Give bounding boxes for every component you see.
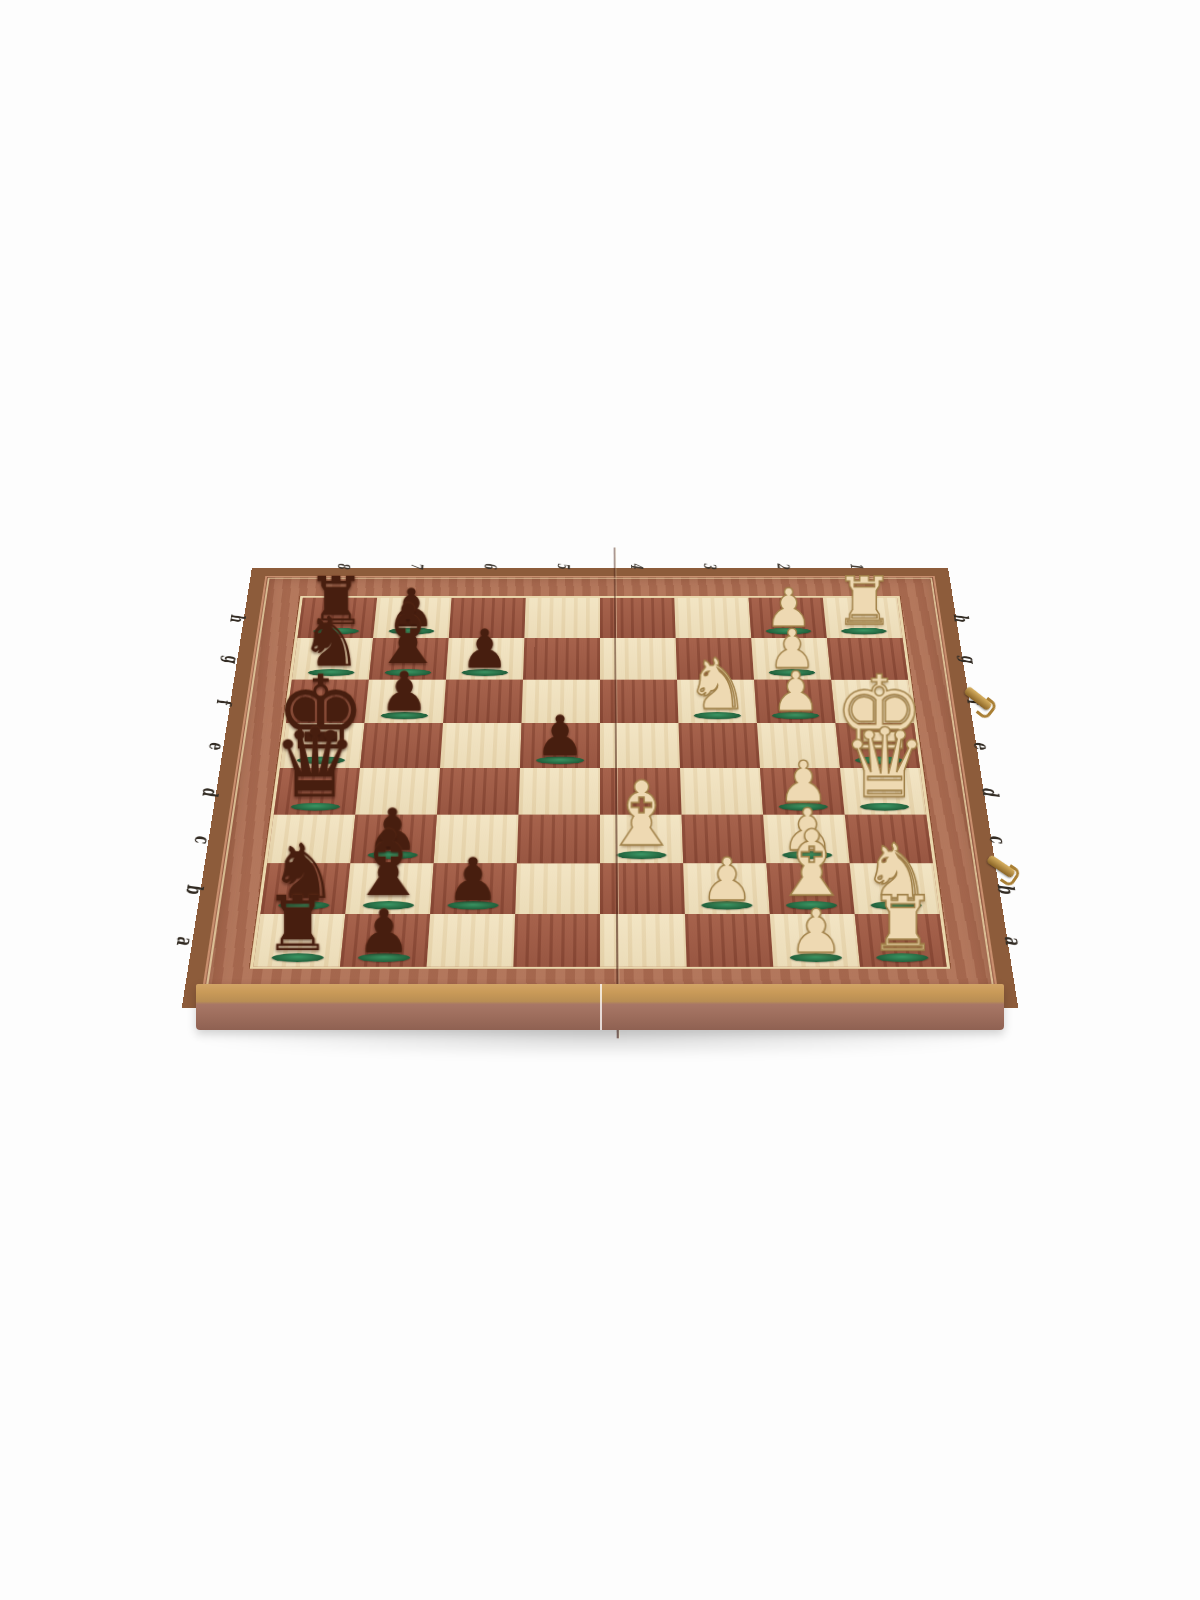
board-side-panel [196, 984, 1004, 1030]
piece-white-queen: ♛ [842, 718, 928, 809]
piece-black-pawn: ♟ [380, 665, 429, 717]
square-b5 [515, 863, 600, 914]
piece-white-rook: ♜ [869, 888, 937, 960]
piece-white-bishop: ♝ [601, 772, 681, 857]
square-f6 [443, 680, 523, 723]
board-frame: hgfedcba hgfedcba 87654321 87654321 ♜♟♟♜… [182, 568, 1018, 1007]
piece-black-pawn: ♟ [535, 709, 585, 762]
file-label-c: c [176, 815, 229, 864]
file-label-h: h [938, 598, 986, 638]
square-a5 [513, 914, 600, 967]
rank-labels-far: 87654321 [306, 555, 894, 576]
square-b4 [600, 863, 685, 914]
piece-white-pawn: ♟ [700, 851, 753, 907]
file-label-b: b [167, 863, 221, 914]
rank-label-2: 2 [746, 555, 821, 576]
file-label-g: g [207, 638, 256, 680]
square-e5: ♟ [520, 723, 600, 768]
rank-label-3: 3 [673, 555, 747, 576]
file-label-h: h [214, 598, 262, 638]
square-g4 [600, 638, 677, 680]
file-label-e: e [957, 723, 1008, 768]
square-a2: ♟ [770, 914, 860, 967]
square-h4 [600, 598, 676, 638]
square-g6: ♟ [446, 638, 524, 680]
piece-black-pawn: ♟ [461, 623, 509, 674]
square-d8: ♛ [274, 768, 360, 815]
square-e7 [360, 723, 443, 768]
square-h5 [524, 598, 600, 638]
square-h1: ♜ [823, 598, 903, 638]
file-label-e: e [192, 723, 243, 768]
board-scene: hgfedcba hgfedcba 87654321 87654321 ♜♟♟♜… [220, 388, 980, 1148]
file-label-a: a [158, 914, 214, 967]
file-label-g: g [944, 638, 993, 680]
square-g5 [523, 638, 600, 680]
rank-label-4: 4 [600, 555, 674, 576]
piece-white-rook: ♜ [835, 570, 894, 633]
file-label-c: c [971, 815, 1024, 864]
square-d6 [437, 768, 520, 815]
playing-area: ♜♟♟♜♞♝♟♟♟♞♟♚♟♚♛♟♛♟♝♟♞♝♟♟♝♞♜♟♟♜ [253, 598, 946, 967]
square-a6 [427, 914, 515, 967]
square-f7: ♟ [365, 680, 446, 723]
chess-board: hgfedcba hgfedcba 87654321 87654321 ♜♟♟♜… [182, 568, 1018, 1007]
piece-black-bishop: ♝ [347, 821, 429, 907]
piece-black-pawn: ♟ [446, 851, 499, 907]
square-c5 [517, 815, 600, 864]
piece-black-pawn: ♟ [357, 903, 411, 960]
piece-white-pawn: ♟ [771, 665, 820, 717]
file-labels-left: hgfedcba [158, 598, 262, 967]
square-a4 [600, 914, 687, 967]
file-label-d: d [184, 768, 236, 815]
square-h3 [674, 598, 751, 638]
square-f2: ♟ [754, 680, 835, 723]
piece-black-rook: ♜ [264, 888, 332, 960]
square-e3 [678, 723, 760, 768]
file-label-d: d [964, 768, 1016, 815]
piece-black-queen: ♛ [272, 718, 358, 809]
square-d3 [680, 768, 763, 815]
piece-white-pawn: ♟ [789, 903, 843, 960]
file-label-f: f [200, 680, 250, 723]
square-c4: ♝ [600, 815, 683, 864]
product-photo: hgfedcba hgfedcba 87654321 87654321 ♜♟♟♜… [0, 0, 1200, 1600]
square-b3: ♟ [683, 863, 770, 914]
piece-white-bishop: ♝ [771, 821, 853, 907]
square-f3: ♞ [677, 680, 757, 723]
square-b6: ♟ [430, 863, 517, 914]
rank-label-7: 7 [379, 555, 454, 576]
rank-label-5: 5 [526, 555, 600, 576]
square-a8: ♜ [253, 914, 345, 967]
square-a7: ♟ [340, 914, 430, 967]
file-label-a: a [986, 914, 1042, 967]
square-a1: ♜ [855, 914, 947, 967]
piece-white-knight: ♞ [686, 651, 749, 718]
square-f4 [600, 680, 678, 723]
square-d5 [518, 768, 600, 815]
square-a3 [685, 914, 773, 967]
square-e6 [440, 723, 522, 768]
board-side-split-line [600, 984, 602, 1030]
file-labels-right: hgfedcba [938, 598, 1042, 967]
rank-label-6: 6 [453, 555, 527, 576]
square-d1: ♛ [840, 768, 926, 815]
